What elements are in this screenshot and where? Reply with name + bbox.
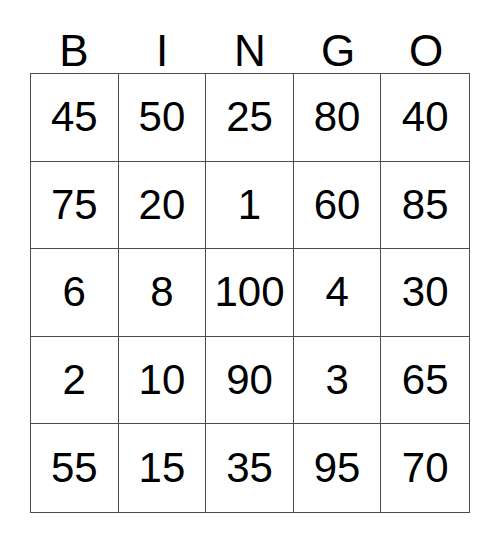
- bingo-cell-r1c2[interactable]: 1: [206, 162, 294, 250]
- bingo-cell-r3c3[interactable]: 3: [294, 337, 382, 425]
- bingo-cell-r0c0[interactable]: 45: [31, 74, 119, 162]
- bingo-cell-r4c0[interactable]: 55: [31, 424, 119, 512]
- bingo-grid: 45 50 25 80 40 75 20 1 60 85 6 8 100 4 3…: [30, 73, 470, 513]
- bingo-cell-r1c1[interactable]: 20: [119, 162, 207, 250]
- bingo-cell-r2c1[interactable]: 8: [119, 249, 207, 337]
- bingo-cell-r4c3[interactable]: 95: [294, 424, 382, 512]
- bingo-cell-r3c1[interactable]: 10: [119, 337, 207, 425]
- bingo-cell-r4c4[interactable]: 70: [381, 424, 469, 512]
- column-letter-i: I: [118, 0, 206, 73]
- column-letter-g: G: [294, 0, 382, 73]
- column-letter-n: N: [206, 0, 294, 73]
- bingo-header: B I N G O: [30, 0, 470, 73]
- bingo-cell-r2c4[interactable]: 30: [381, 249, 469, 337]
- bingo-card: B I N G O 45 50 25 80 40 75 20 1 60 85 6…: [0, 0, 500, 544]
- column-letter-o: O: [382, 0, 470, 73]
- bingo-cell-r4c2[interactable]: 35: [206, 424, 294, 512]
- bingo-cell-r2c3[interactable]: 4: [294, 249, 382, 337]
- bingo-cell-r1c3[interactable]: 60: [294, 162, 382, 250]
- bingo-cell-r0c1[interactable]: 50: [119, 74, 207, 162]
- bingo-cell-r2c0[interactable]: 6: [31, 249, 119, 337]
- bingo-cell-r0c4[interactable]: 40: [381, 74, 469, 162]
- bingo-cell-r3c0[interactable]: 2: [31, 337, 119, 425]
- column-letter-b: B: [30, 0, 118, 73]
- bingo-cell-r1c0[interactable]: 75: [31, 162, 119, 250]
- bingo-cell-r0c3[interactable]: 80: [294, 74, 382, 162]
- bingo-cell-r3c4[interactable]: 65: [381, 337, 469, 425]
- bingo-cell-r4c1[interactable]: 15: [119, 424, 207, 512]
- bingo-cell-r2c2[interactable]: 100: [206, 249, 294, 337]
- bingo-cell-r1c4[interactable]: 85: [381, 162, 469, 250]
- bingo-cell-r0c2[interactable]: 25: [206, 74, 294, 162]
- bingo-cell-r3c2[interactable]: 90: [206, 337, 294, 425]
